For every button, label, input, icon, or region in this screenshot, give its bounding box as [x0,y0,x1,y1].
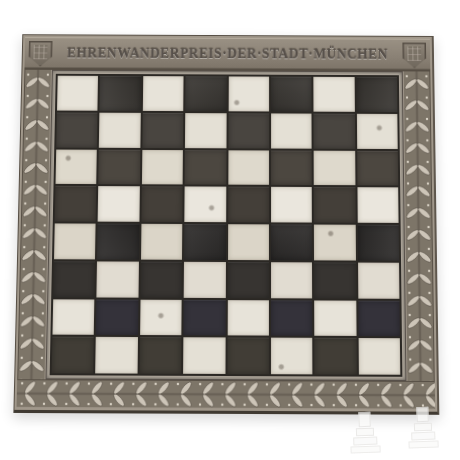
square-a6 [56,149,98,184]
square-h4 [357,225,399,261]
square-b1 [96,337,138,374]
square-b8 [100,76,141,111]
square-f3 [271,262,313,298]
square-c4 [141,224,183,260]
board-inscription: EHRENWANDERPREIS·DER·STADT·MÜNCHEN [66,44,388,62]
square-h8 [356,77,397,112]
square-b7 [99,112,140,147]
square-f6 [271,150,312,185]
square-b3 [97,261,139,297]
board-middle [17,70,435,381]
square-d8 [185,76,226,111]
square-b5 [98,186,140,222]
square-g7 [314,113,355,148]
square-a2 [52,299,94,335]
squares-grid [50,74,403,377]
square-h6 [357,150,398,185]
square-f4 [271,224,312,260]
square-e3 [227,262,269,298]
square-c6 [142,149,183,184]
square-b6 [99,149,141,184]
square-e6 [228,150,269,185]
square-h3 [358,262,400,298]
square-e5 [228,187,269,223]
square-g3 [314,262,356,298]
square-a1 [52,337,94,373]
square-d1 [183,337,225,374]
square-d2 [183,299,225,335]
square-c8 [143,76,184,111]
square-a4 [54,223,96,259]
square-a8 [57,76,98,111]
square-d3 [184,262,226,298]
square-g1 [315,338,357,375]
square-f7 [271,113,312,148]
square-g6 [314,150,355,185]
chess-board: EHRENWANDERPREIS·DER·STADT·MÜNCHEN [13,34,439,415]
square-g2 [314,300,356,336]
square-e2 [227,300,269,336]
square-g4 [314,225,356,261]
playing-field [46,70,407,381]
square-e4 [227,224,268,260]
left-shield-icon [28,40,52,66]
square-d7 [185,113,226,148]
square-e1 [227,338,269,375]
square-f1 [271,338,313,375]
square-b4 [97,224,139,260]
square-d5 [184,187,225,223]
square-b2 [96,299,138,335]
square-f5 [271,187,312,223]
square-a5 [55,186,97,222]
square-c3 [140,261,182,297]
shield-blazon [34,44,48,58]
square-f8 [271,77,312,112]
right-shield-icon [402,42,426,68]
square-c2 [140,299,182,335]
square-g8 [314,77,355,112]
square-g5 [314,187,355,223]
square-a3 [53,261,95,297]
square-f2 [271,300,313,336]
photograph: EHRENWANDERPREIS·DER·STADT·MÜNCHEN [0,0,460,460]
square-a7 [56,112,98,147]
square-d4 [184,224,226,260]
square-h1 [358,338,400,375]
watermark-pedestal-icon [349,411,380,453]
square-h7 [357,114,398,149]
square-c5 [141,186,183,222]
square-e7 [228,113,269,148]
square-h2 [358,300,400,336]
square-e8 [228,76,269,111]
square-d6 [185,150,226,185]
laurel-border-bottom-icon [17,379,436,409]
square-c7 [142,113,183,148]
square-h5 [357,187,399,223]
laurel-border-right-icon [403,71,435,381]
inscription-band: EHRENWANDERPREIS·DER·STADT·MÜNCHEN [24,37,430,71]
square-c1 [139,337,181,374]
shield-blazon [407,46,421,60]
